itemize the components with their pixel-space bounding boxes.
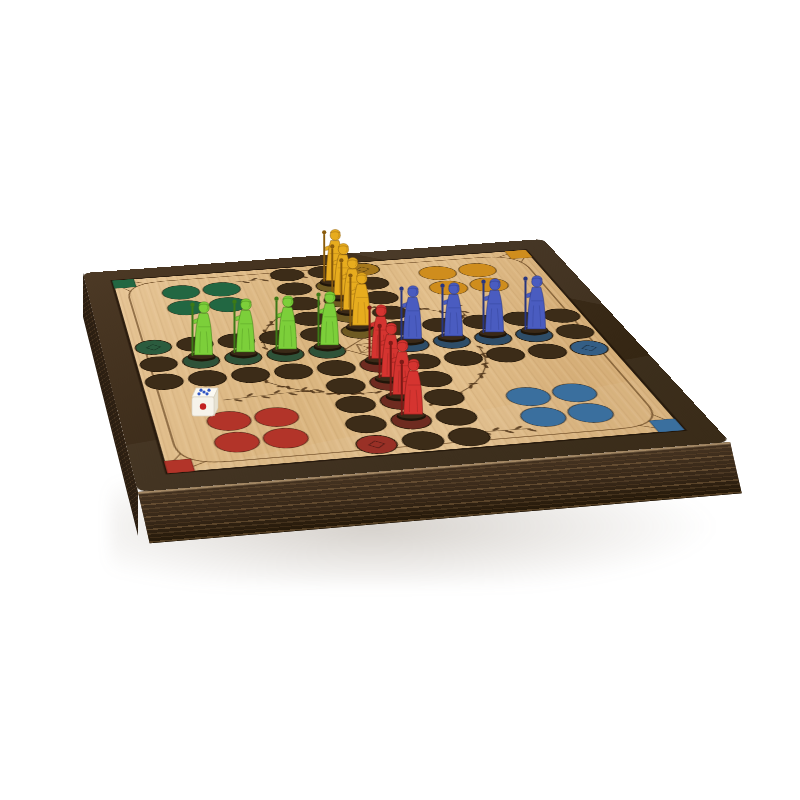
corner-marker-green [112,279,136,289]
pawn-blue-1[interactable] [518,268,551,337]
pawn-blue-2[interactable] [476,271,509,340]
ludo-board-product-photo [0,0,800,800]
pawn-green-2[interactable] [269,288,302,357]
pawn-green-4[interactable] [185,294,218,363]
die[interactable] [187,383,221,419]
pawn-red-4[interactable] [394,351,429,422]
pawn-green-3[interactable] [227,291,260,360]
pawn-blue-3[interactable] [435,275,468,344]
corner-marker-red [164,459,195,474]
pawn-green-1[interactable] [311,284,344,353]
